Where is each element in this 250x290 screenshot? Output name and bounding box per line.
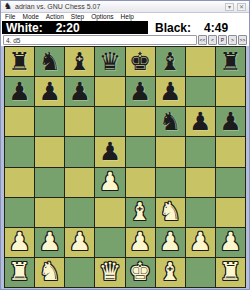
black-rook[interactable]: ♜: [219, 48, 241, 76]
square-f4[interactable]: [156, 168, 185, 197]
square-h5[interactable]: [216, 137, 245, 166]
black-bishop[interactable]: ♝: [69, 48, 91, 76]
square-c3[interactable]: [65, 198, 94, 227]
move-input[interactable]: [3, 35, 197, 45]
white-pawn[interactable]: ♟: [99, 168, 121, 196]
square-h7[interactable]: [216, 77, 245, 106]
square-g1[interactable]: [186, 258, 215, 287]
black-knight[interactable]: ♞: [38, 48, 60, 76]
black-pawn[interactable]: ♟: [69, 78, 91, 106]
square-a7[interactable]: ♟: [5, 77, 34, 106]
black-clock[interactable]: Black: 4:49: [148, 21, 249, 34]
square-g2[interactable]: ♟: [186, 228, 215, 257]
square-c1[interactable]: [65, 258, 94, 287]
clock-row: White: 2:20 Black: 4:49: [1, 21, 249, 34]
square-d4[interactable]: ♟: [95, 168, 124, 197]
square-d1[interactable]: ♛: [95, 258, 124, 287]
white-queen[interactable]: ♛: [99, 258, 121, 286]
black-pawn[interactable]: ♟: [189, 108, 211, 136]
white-pawn[interactable]: ♟: [219, 228, 241, 256]
square-h8[interactable]: ♜: [216, 47, 245, 76]
white-pawn[interactable]: ♟: [189, 228, 211, 256]
square-d3[interactable]: [95, 198, 124, 227]
back-button[interactable]: <: [208, 35, 217, 45]
square-e4[interactable]: [126, 168, 155, 197]
close-icon[interactable]: ✕: [237, 3, 246, 11]
square-f6[interactable]: ♞: [156, 107, 185, 136]
square-e5[interactable]: [126, 137, 155, 166]
square-e7[interactable]: ♟: [126, 77, 155, 106]
square-e8[interactable]: ♚: [126, 47, 155, 76]
menu-help[interactable]: Help: [121, 13, 134, 21]
fast-forward-button[interactable]: >>: [238, 35, 247, 45]
square-e1[interactable]: ♚: [126, 258, 155, 287]
black-clock-label: Black:: [155, 21, 191, 35]
white-clock-label: White:: [6, 21, 43, 35]
square-h6[interactable]: ♟: [216, 107, 245, 136]
black-pawn[interactable]: ♟: [38, 78, 60, 106]
white-pawn[interactable]: ♟: [159, 228, 181, 256]
square-b8[interactable]: ♞: [35, 47, 64, 76]
window-title: adrian vs. GNU Chess 5.07: [15, 3, 222, 10]
square-g4[interactable]: [186, 168, 215, 197]
square-h4[interactable]: [216, 168, 245, 197]
square-h2[interactable]: ♟: [216, 228, 245, 257]
square-b5[interactable]: [35, 137, 64, 166]
black-pawn[interactable]: ♟: [8, 78, 30, 106]
white-bishop[interactable]: ♝: [129, 198, 151, 226]
square-f8[interactable]: ♝: [156, 47, 185, 76]
square-d7[interactable]: [95, 77, 124, 106]
black-pawn[interactable]: ♟: [219, 108, 241, 136]
white-clock-time: 2:20: [56, 21, 80, 35]
square-c7[interactable]: ♟: [65, 77, 94, 106]
square-g6[interactable]: ♟: [186, 107, 215, 136]
rewind-button[interactable]: <<: [198, 35, 207, 45]
square-f5[interactable]: [156, 137, 185, 166]
square-d5[interactable]: ♟: [95, 137, 124, 166]
black-clock-time: 4:49: [204, 21, 228, 35]
black-pawn[interactable]: ♟: [159, 78, 181, 106]
menu-options[interactable]: Options: [91, 13, 113, 21]
square-e3[interactable]: ♝: [126, 198, 155, 227]
square-g8[interactable]: [186, 47, 215, 76]
square-b2[interactable]: ♟: [35, 228, 64, 257]
square-a5[interactable]: [5, 137, 34, 166]
app-knight-icon: ♞: [4, 2, 12, 11]
square-b3[interactable]: [35, 198, 64, 227]
square-a4[interactable]: [5, 168, 34, 197]
square-c4[interactable]: [65, 168, 94, 197]
square-a8[interactable]: ♜: [5, 47, 34, 76]
black-pawn[interactable]: ♟: [129, 78, 151, 106]
square-d6[interactable]: [95, 107, 124, 136]
square-g7[interactable]: [186, 77, 215, 106]
black-knight[interactable]: ♞: [159, 108, 181, 136]
square-b7[interactable]: ♟: [35, 77, 64, 106]
square-h3[interactable]: [216, 198, 245, 227]
forward-button[interactable]: >: [228, 35, 237, 45]
white-king[interactable]: ♚: [129, 258, 151, 286]
square-g5[interactable]: [186, 137, 215, 166]
square-c2[interactable]: ♟: [65, 228, 94, 257]
square-g3[interactable]: [186, 198, 215, 227]
window-menu-icon[interactable]: ▾: [225, 3, 234, 11]
square-b4[interactable]: [35, 168, 64, 197]
square-e6[interactable]: [126, 107, 155, 136]
white-clock[interactable]: White: 2:20: [2, 21, 148, 34]
white-rook[interactable]: ♜: [8, 258, 30, 286]
square-c5[interactable]: [65, 137, 94, 166]
square-b6[interactable]: [35, 107, 64, 136]
xboard-window: ♞ adrian vs. GNU Chess 5.07 ▾ ✕ File Mod…: [0, 0, 250, 290]
white-knight[interactable]: ♞: [159, 198, 181, 226]
square-a6[interactable]: [5, 107, 34, 136]
chess-board: ♜♞♝♛♚♝♜♟♟♟♟♟♞♟♟♟♟♝♞♟♟♟♟♟♟♟♜♞♛♚♝♜: [4, 46, 246, 288]
white-pawn[interactable]: ♟: [129, 228, 151, 256]
white-pawn[interactable]: ♟: [69, 228, 91, 256]
square-a1[interactable]: ♜: [5, 258, 34, 287]
move-row: << < P > >>: [1, 34, 249, 46]
square-f2[interactable]: ♟: [156, 228, 185, 257]
white-bishop[interactable]: ♝: [159, 258, 181, 286]
black-bishop[interactable]: ♝: [159, 48, 181, 76]
black-pawn[interactable]: ♟: [99, 138, 121, 166]
square-f1[interactable]: ♝: [156, 258, 185, 287]
square-h1[interactable]: ♜: [216, 258, 245, 287]
white-pawn[interactable]: ♟: [38, 228, 60, 256]
white-pawn[interactable]: ♟: [8, 228, 30, 256]
square-c6[interactable]: [65, 107, 94, 136]
black-king[interactable]: ♚: [129, 48, 151, 76]
title-bar[interactable]: ♞ adrian vs. GNU Chess 5.07 ▾ ✕: [1, 1, 249, 13]
square-e2[interactable]: ♟: [126, 228, 155, 257]
black-queen[interactable]: ♛: [99, 48, 121, 76]
black-rook[interactable]: ♜: [8, 48, 30, 76]
square-f3[interactable]: ♞: [156, 198, 185, 227]
square-b1[interactable]: ♞: [35, 258, 64, 287]
white-knight[interactable]: ♞: [38, 258, 60, 286]
square-d2[interactable]: [95, 228, 124, 257]
square-a2[interactable]: ♟: [5, 228, 34, 257]
square-c8[interactable]: ♝: [65, 47, 94, 76]
white-rook[interactable]: ♜: [219, 258, 241, 286]
pause-button[interactable]: P: [218, 35, 227, 45]
square-d8[interactable]: ♛: [95, 47, 124, 76]
square-f7[interactable]: ♟: [156, 77, 185, 106]
square-a3[interactable]: [5, 198, 34, 227]
